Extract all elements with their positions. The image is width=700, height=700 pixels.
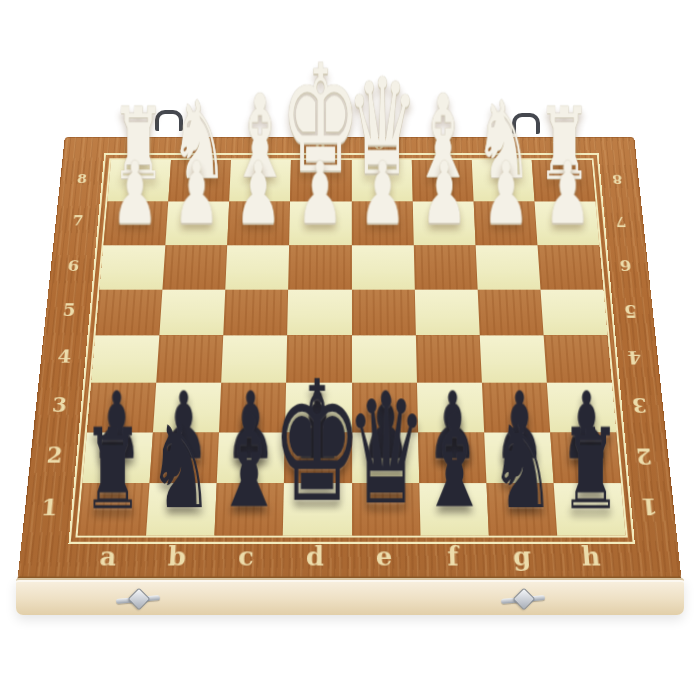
square-h5[interactable] xyxy=(540,289,607,335)
file-label-bottom-f: f xyxy=(418,535,488,578)
rank-label-left-4: 4 xyxy=(39,334,90,381)
file-label-bottom-b: b xyxy=(141,535,212,578)
square-h6[interactable] xyxy=(537,245,603,290)
file-label-bottom-d: d xyxy=(280,535,349,578)
square-g5[interactable] xyxy=(477,289,543,335)
play-area: ♜♞♝♚♛♝♞♜♟♟♟♟♟♟♟♟♟♟♟♟♟♟♟♟♜♞♝♚♛♝♞♜ xyxy=(75,158,627,537)
chess-board: ♜♞♝♚♛♝♞♜♟♟♟♟♟♟♟♟♟♟♟♟♟♟♟♟♜♞♝♚♛♝♞♜ aabbccd… xyxy=(18,137,682,578)
rank-label-right-7: 7 xyxy=(597,200,645,243)
file-label-bottom-a: a xyxy=(72,535,144,578)
square-h1[interactable]: ♜ xyxy=(553,483,625,536)
clasp-diamond xyxy=(513,588,536,611)
rank-label-right-6: 6 xyxy=(601,243,650,287)
rank-label-left-7: 7 xyxy=(53,200,101,243)
square-d6[interactable] xyxy=(288,245,351,290)
square-a6[interactable] xyxy=(100,245,166,290)
piece-black-knight-b1[interactable]: ♞ xyxy=(148,405,214,526)
product-photo: ♜♞♝♚♛♝♞♜♟♟♟♟♟♟♟♟♟♟♟♟♟♟♟♟♜♞♝♚♛♝♞♜ aabbccd… xyxy=(0,0,700,700)
rank-label-left-8: 8 xyxy=(58,158,106,200)
rank-label-right-4: 4 xyxy=(609,334,660,381)
square-b6[interactable] xyxy=(163,245,228,290)
square-g1[interactable]: ♞ xyxy=(486,483,557,536)
piece-white-pawn-c7[interactable]: ♟ xyxy=(235,151,282,237)
piece-white-pawn-d7[interactable]: ♟ xyxy=(297,151,344,237)
rank-label-right-3: 3 xyxy=(614,381,666,430)
square-a5[interactable] xyxy=(95,289,162,335)
piece-black-bishop-f1[interactable]: ♝ xyxy=(419,397,489,526)
clasp-right-icon xyxy=(499,588,547,610)
square-f5[interactable] xyxy=(414,289,479,335)
square-b5[interactable] xyxy=(159,289,225,335)
square-e5[interactable] xyxy=(351,289,415,335)
square-g7[interactable]: ♟ xyxy=(473,202,537,245)
rank-label-left-1: 1 xyxy=(22,481,76,534)
rank-label-left-6: 6 xyxy=(49,243,98,287)
piece-white-pawn-h7[interactable]: ♟ xyxy=(544,151,591,237)
piece-black-rook-a1[interactable]: ♜ xyxy=(82,414,143,526)
square-e1[interactable]: ♛ xyxy=(352,483,421,536)
piece-black-rook-h1[interactable]: ♜ xyxy=(560,414,621,526)
clasp-left-icon xyxy=(114,588,162,610)
piece-white-pawn-a7[interactable]: ♟ xyxy=(112,151,159,237)
square-b1[interactable]: ♞ xyxy=(146,483,217,536)
square-f1[interactable]: ♝ xyxy=(419,483,489,536)
square-b7[interactable]: ♟ xyxy=(166,202,230,245)
file-label-bottom-h: h xyxy=(555,535,627,578)
square-e6[interactable] xyxy=(351,245,414,290)
square-d7[interactable]: ♟ xyxy=(289,202,351,245)
square-h7[interactable]: ♟ xyxy=(534,202,599,245)
square-d5[interactable] xyxy=(287,289,351,335)
clasp-diamond xyxy=(128,588,151,611)
file-label-bottom-c: c xyxy=(211,535,281,578)
file-label-bottom-g: g xyxy=(486,535,557,578)
box-side-panel xyxy=(16,578,684,615)
square-f7[interactable]: ♟ xyxy=(412,202,475,245)
square-f6[interactable] xyxy=(413,245,477,290)
rank-label-right-1: 1 xyxy=(623,481,677,534)
square-a1[interactable]: ♜ xyxy=(78,483,150,536)
file-label-bottom-e: e xyxy=(350,535,419,578)
square-a7[interactable]: ♟ xyxy=(104,202,169,245)
square-d1[interactable]: ♚ xyxy=(283,483,351,536)
piece-white-pawn-f7[interactable]: ♟ xyxy=(421,151,468,237)
rank-label-left-2: 2 xyxy=(28,430,81,481)
rank-label-right-2: 2 xyxy=(618,430,671,481)
piece-white-pawn-e7[interactable]: ♟ xyxy=(359,151,406,237)
piece-white-pawn-b7[interactable]: ♟ xyxy=(174,151,221,237)
piece-white-pawn-g7[interactable]: ♟ xyxy=(483,151,530,237)
rank-label-left-5: 5 xyxy=(44,288,94,334)
rank-label-right-8: 8 xyxy=(593,158,641,200)
square-e7[interactable]: ♟ xyxy=(351,202,413,245)
board-scene: ♜♞♝♚♛♝♞♜♟♟♟♟♟♟♟♟♟♟♟♟♟♟♟♟♜♞♝♚♛♝♞♜ aabbccd… xyxy=(43,106,656,576)
square-c7[interactable]: ♟ xyxy=(227,202,290,245)
rank-label-right-5: 5 xyxy=(605,288,655,334)
piece-black-knight-g1[interactable]: ♞ xyxy=(489,405,555,526)
rank-label-left-3: 3 xyxy=(33,381,85,430)
square-c6[interactable] xyxy=(226,245,290,290)
square-c5[interactable] xyxy=(223,289,288,335)
square-g6[interactable] xyxy=(475,245,540,290)
piece-black-queen-e1[interactable]: ♛ xyxy=(345,376,426,525)
board-grid: ♜♞♝♚♛♝♞♜♟♟♟♟♟♟♟♟♟♟♟♟♟♟♟♟♜♞♝♚♛♝♞♜ xyxy=(78,160,626,535)
